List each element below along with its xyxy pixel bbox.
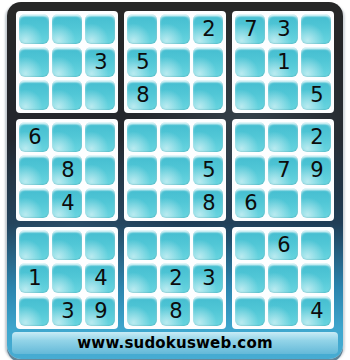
site-url: www.sudokusweb.com xyxy=(77,334,272,352)
cell-r3c3[interactable] xyxy=(85,80,115,110)
cell-r3c1[interactable] xyxy=(19,80,49,110)
cell-r2c4[interactable]: 5 xyxy=(127,47,157,77)
cell-r8c2[interactable] xyxy=(52,263,82,293)
cell-r2c3[interactable]: 3 xyxy=(85,47,115,77)
cell-r5c1[interactable] xyxy=(19,155,49,185)
cell-r6c6[interactable]: 8 xyxy=(193,188,223,218)
cell-r5c7[interactable] xyxy=(235,155,265,185)
cell-r8c7[interactable] xyxy=(235,263,265,293)
cell-r7c8[interactable]: 6 xyxy=(268,230,298,260)
cell-r2c7[interactable] xyxy=(235,47,265,77)
cell-r4c1[interactable]: 6 xyxy=(19,122,49,152)
cell-r7c5[interactable] xyxy=(160,230,190,260)
box-2-2: 58 xyxy=(124,119,226,221)
cell-r6c4[interactable] xyxy=(127,188,157,218)
cell-r9c5[interactable]: 8 xyxy=(160,296,190,326)
cell-r7c4[interactable] xyxy=(127,230,157,260)
box-3-3: 64 xyxy=(232,227,334,329)
cell-r9c4[interactable] xyxy=(127,296,157,326)
cell-r4c8[interactable] xyxy=(268,122,298,152)
cell-r2c9[interactable] xyxy=(301,47,331,77)
cell-r1c3[interactable] xyxy=(85,14,115,44)
cell-r1c5[interactable] xyxy=(160,14,190,44)
cell-r5c2[interactable]: 8 xyxy=(52,155,82,185)
cell-r1c8[interactable]: 3 xyxy=(268,14,298,44)
sudoku-board: 32587315684582796143923864 www.sudokuswe… xyxy=(7,2,343,359)
cell-r7c7[interactable] xyxy=(235,230,265,260)
cell-r2c5[interactable] xyxy=(160,47,190,77)
cell-r1c4[interactable] xyxy=(127,14,157,44)
cell-r5c9[interactable]: 9 xyxy=(301,155,331,185)
cell-r9c7[interactable] xyxy=(235,296,265,326)
cell-r8c3[interactable]: 4 xyxy=(85,263,115,293)
cell-r4c4[interactable] xyxy=(127,122,157,152)
box-2-3: 2796 xyxy=(232,119,334,221)
cell-r3c2[interactable] xyxy=(52,80,82,110)
cell-r9c8[interactable] xyxy=(268,296,298,326)
cell-r2c8[interactable]: 1 xyxy=(268,47,298,77)
cell-r5c4[interactable] xyxy=(127,155,157,185)
cell-r5c8[interactable]: 7 xyxy=(268,155,298,185)
cell-r9c9[interactable]: 4 xyxy=(301,296,331,326)
cell-r8c6[interactable]: 3 xyxy=(193,263,223,293)
cell-r7c6[interactable] xyxy=(193,230,223,260)
cell-r4c9[interactable]: 2 xyxy=(301,122,331,152)
cell-r4c6[interactable] xyxy=(193,122,223,152)
cell-r5c5[interactable] xyxy=(160,155,190,185)
cell-r7c2[interactable] xyxy=(52,230,82,260)
cell-r1c6[interactable]: 2 xyxy=(193,14,223,44)
box-3-2: 238 xyxy=(124,227,226,329)
cell-r9c1[interactable] xyxy=(19,296,49,326)
box-2-1: 684 xyxy=(16,119,118,221)
cell-r5c3[interactable] xyxy=(85,155,115,185)
cell-r3c7[interactable] xyxy=(235,80,265,110)
cell-r3c5[interactable] xyxy=(160,80,190,110)
cell-r2c2[interactable] xyxy=(52,47,82,77)
cell-r1c2[interactable] xyxy=(52,14,82,44)
cell-r9c6[interactable] xyxy=(193,296,223,326)
cell-r6c9[interactable] xyxy=(301,188,331,218)
cell-r3c8[interactable] xyxy=(268,80,298,110)
cell-r1c7[interactable]: 7 xyxy=(235,14,265,44)
cell-r6c2[interactable]: 4 xyxy=(52,188,82,218)
box-1-1: 3 xyxy=(16,11,118,113)
sudoku-grid: 32587315684582796143923864 xyxy=(16,11,334,329)
cell-r1c1[interactable] xyxy=(19,14,49,44)
cell-r8c8[interactable] xyxy=(268,263,298,293)
cell-r6c8[interactable] xyxy=(268,188,298,218)
cell-r4c5[interactable] xyxy=(160,122,190,152)
cell-r8c5[interactable]: 2 xyxy=(160,263,190,293)
cell-r7c9[interactable] xyxy=(301,230,331,260)
cell-r6c7[interactable]: 6 xyxy=(235,188,265,218)
page: { "game": "sudoku", "position": ".....27… xyxy=(0,0,350,360)
cell-r5c6[interactable]: 5 xyxy=(193,155,223,185)
cell-r4c7[interactable] xyxy=(235,122,265,152)
box-1-2: 258 xyxy=(124,11,226,113)
cell-r7c1[interactable] xyxy=(19,230,49,260)
cell-r3c4[interactable]: 8 xyxy=(127,80,157,110)
cell-r7c3[interactable] xyxy=(85,230,115,260)
cell-r3c9[interactable]: 5 xyxy=(301,80,331,110)
cell-r3c6[interactable] xyxy=(193,80,223,110)
box-3-1: 1439 xyxy=(16,227,118,329)
box-1-3: 7315 xyxy=(232,11,334,113)
cell-r6c3[interactable] xyxy=(85,188,115,218)
footer-banner: www.sudokusweb.com xyxy=(12,332,338,354)
cell-r9c3[interactable]: 9 xyxy=(85,296,115,326)
cell-r1c9[interactable] xyxy=(301,14,331,44)
cell-r6c5[interactable] xyxy=(160,188,190,218)
cell-r8c4[interactable] xyxy=(127,263,157,293)
cell-r2c1[interactable] xyxy=(19,47,49,77)
cell-r6c1[interactable] xyxy=(19,188,49,218)
cell-r8c9[interactable] xyxy=(301,263,331,293)
cell-r4c2[interactable] xyxy=(52,122,82,152)
cell-r9c2[interactable]: 3 xyxy=(52,296,82,326)
cell-r4c3[interactable] xyxy=(85,122,115,152)
cell-r8c1[interactable]: 1 xyxy=(19,263,49,293)
cell-r2c6[interactable] xyxy=(193,47,223,77)
